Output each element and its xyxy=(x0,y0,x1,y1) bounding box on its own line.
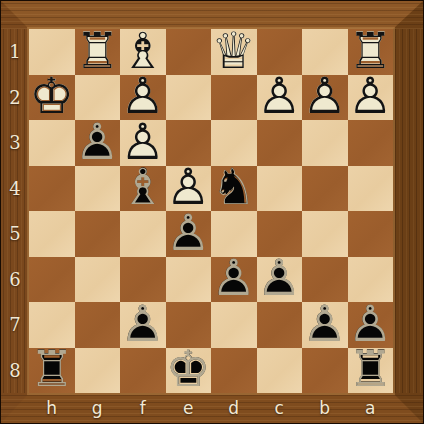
piece-glyph-outline: ♘ xyxy=(211,165,257,211)
piece-glyph-outline: ♙ xyxy=(211,256,257,302)
black-pawn-d6[interactable]: ♟♙ xyxy=(211,257,257,303)
square-c7[interactable] xyxy=(257,302,303,348)
square-f5[interactable] xyxy=(120,211,166,257)
file-label-g: g xyxy=(75,393,121,422)
rank-label-5: 5 xyxy=(3,211,27,257)
square-g3[interactable]: ♟♙ xyxy=(75,120,121,166)
square-c4[interactable] xyxy=(257,166,303,212)
black-king-e8[interactable]: ♚♔ xyxy=(166,348,212,394)
square-a8[interactable]: ♜♖ xyxy=(348,348,394,394)
square-e1[interactable] xyxy=(166,29,212,75)
square-d7[interactable] xyxy=(211,302,257,348)
square-d6[interactable]: ♟♙ xyxy=(211,257,257,303)
rank-label-3: 3 xyxy=(3,120,27,166)
rank-label-7: 7 xyxy=(3,302,27,348)
square-g7[interactable] xyxy=(75,302,121,348)
file-label-c: c xyxy=(257,393,303,422)
square-b4[interactable] xyxy=(302,166,348,212)
black-pawn-f7[interactable]: ♟♙ xyxy=(120,302,166,348)
piece-glyph-outline: ♙ xyxy=(257,256,303,302)
file-label-e: e xyxy=(166,393,212,422)
square-b3[interactable] xyxy=(302,120,348,166)
square-e2[interactable] xyxy=(166,75,212,121)
piece-glyph-outline: ♙ xyxy=(348,74,394,120)
black-rook-a8[interactable]: ♜♖ xyxy=(348,348,394,394)
square-f7[interactable]: ♟♙ xyxy=(120,302,166,348)
square-e6[interactable] xyxy=(166,257,212,303)
white-rook-g1[interactable]: ♜♖ xyxy=(75,29,121,75)
rank-label-2: 2 xyxy=(3,75,27,121)
white-pawn-a2[interactable]: ♟♙ xyxy=(348,75,394,121)
rank-label-4: 4 xyxy=(3,166,27,212)
white-pawn-c2[interactable]: ♟♙ xyxy=(257,75,303,121)
piece-glyph-outline: ♖ xyxy=(75,28,121,74)
chess-board-window: ♜♖♝♗♛♕♜♖♚♔♟♙♟♙♟♙♟♙♟♙♟♙♝♗♟♙♞♘♟♙♟♙♟♙♟♙♟♙♟♙… xyxy=(0,0,424,424)
square-a5[interactable] xyxy=(348,211,394,257)
black-rook-h8[interactable]: ♜♖ xyxy=(29,348,75,394)
square-b5[interactable] xyxy=(302,211,348,257)
square-h6[interactable] xyxy=(29,257,75,303)
piece-glyph-outline: ♙ xyxy=(120,301,166,347)
square-c2[interactable]: ♟♙ xyxy=(257,75,303,121)
black-pawn-b7[interactable]: ♟♙ xyxy=(302,302,348,348)
piece-glyph-outline: ♖ xyxy=(348,347,394,393)
square-h5[interactable] xyxy=(29,211,75,257)
square-g6[interactable] xyxy=(75,257,121,303)
square-d8[interactable] xyxy=(211,348,257,394)
square-e8[interactable]: ♚♔ xyxy=(166,348,212,394)
square-g4[interactable] xyxy=(75,166,121,212)
black-bishop-f4[interactable]: ♝♗ xyxy=(120,166,166,212)
square-h2[interactable]: ♚♔ xyxy=(29,75,75,121)
rank-label-1: 1 xyxy=(3,29,27,75)
black-knight-d4[interactable]: ♞♘ xyxy=(211,166,257,212)
square-c8[interactable] xyxy=(257,348,303,394)
black-pawn-c6[interactable]: ♟♙ xyxy=(257,257,303,303)
square-a3[interactable] xyxy=(348,120,394,166)
black-pawn-e5[interactable]: ♟♙ xyxy=(166,211,212,257)
square-d2[interactable] xyxy=(211,75,257,121)
square-b7[interactable]: ♟♙ xyxy=(302,302,348,348)
square-f4[interactable]: ♝♗ xyxy=(120,166,166,212)
white-queen-d1[interactable]: ♛♕ xyxy=(211,29,257,75)
piece-glyph-outline: ♙ xyxy=(75,119,121,165)
piece-glyph-outline: ♙ xyxy=(302,74,348,120)
square-b8[interactable] xyxy=(302,348,348,394)
file-label-a: a xyxy=(348,393,394,422)
file-label-b: b xyxy=(302,393,348,422)
square-g1[interactable]: ♜♖ xyxy=(75,29,121,75)
chess-board: ♜♖♝♗♛♕♜♖♚♔♟♙♟♙♟♙♟♙♟♙♟♙♝♗♟♙♞♘♟♙♟♙♟♙♟♙♟♙♟♙… xyxy=(29,29,393,393)
rank-label-8: 8 xyxy=(3,348,27,394)
square-f8[interactable] xyxy=(120,348,166,394)
piece-glyph-outline: ♗ xyxy=(120,165,166,211)
piece-glyph-outline: ♔ xyxy=(29,74,75,120)
square-g5[interactable] xyxy=(75,211,121,257)
square-c3[interactable] xyxy=(257,120,303,166)
square-d1[interactable]: ♛♕ xyxy=(211,29,257,75)
square-h8[interactable]: ♜♖ xyxy=(29,348,75,394)
piece-glyph-outline: ♕ xyxy=(211,28,257,74)
piece-glyph-outline: ♙ xyxy=(302,301,348,347)
square-d4[interactable]: ♞♘ xyxy=(211,166,257,212)
square-h3[interactable] xyxy=(29,120,75,166)
piece-glyph-outline: ♙ xyxy=(166,210,212,256)
white-pawn-b2[interactable]: ♟♙ xyxy=(302,75,348,121)
file-label-d: d xyxy=(211,393,257,422)
file-label-f: f xyxy=(120,393,166,422)
piece-glyph-outline: ♔ xyxy=(166,347,212,393)
file-label-h: h xyxy=(29,393,75,422)
piece-glyph-outline: ♙ xyxy=(257,74,303,120)
piece-glyph-outline: ♖ xyxy=(29,347,75,393)
white-king-h2[interactable]: ♚♔ xyxy=(29,75,75,121)
square-a4[interactable] xyxy=(348,166,394,212)
square-a2[interactable]: ♟♙ xyxy=(348,75,394,121)
square-c6[interactable]: ♟♙ xyxy=(257,257,303,303)
square-h4[interactable] xyxy=(29,166,75,212)
square-b2[interactable]: ♟♙ xyxy=(302,75,348,121)
square-e5[interactable]: ♟♙ xyxy=(166,211,212,257)
black-pawn-g3[interactable]: ♟♙ xyxy=(75,120,121,166)
square-g8[interactable] xyxy=(75,348,121,394)
rank-label-6: 6 xyxy=(3,257,27,303)
